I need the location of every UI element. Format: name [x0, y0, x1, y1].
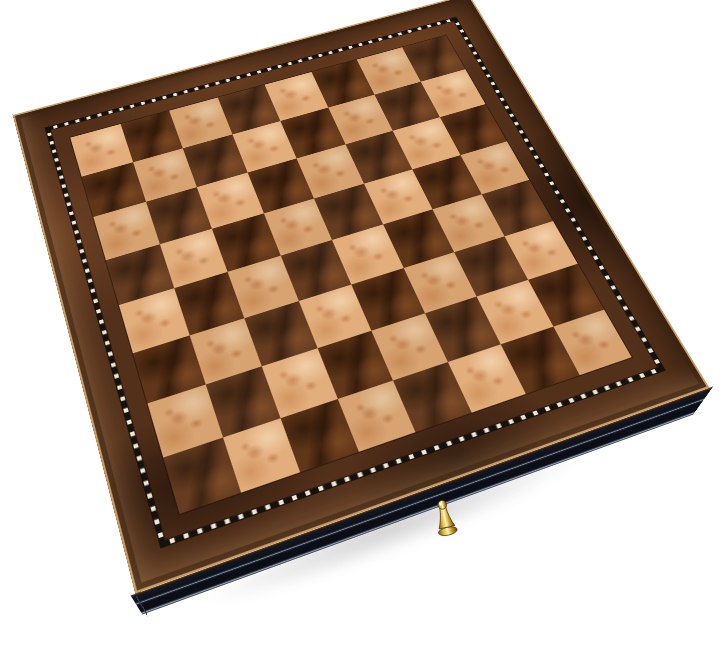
square — [262, 348, 337, 417]
square — [147, 385, 222, 457]
square — [403, 252, 477, 314]
chess-box-scene — [62, 0, 602, 510]
square — [425, 297, 501, 362]
square — [298, 284, 371, 348]
brass-knob-icon — [428, 497, 461, 540]
square — [244, 301, 317, 367]
square — [222, 418, 300, 493]
square — [477, 280, 553, 344]
square — [189, 318, 262, 385]
product-photo — [0, 0, 720, 646]
square — [454, 236, 528, 296]
chess-box — [13, 0, 710, 594]
chess-board[interactable] — [70, 35, 631, 514]
square — [371, 313, 447, 380]
square — [280, 399, 358, 473]
square — [351, 268, 424, 331]
square — [106, 244, 174, 305]
square — [393, 362, 471, 432]
board-top-face — [13, 0, 710, 594]
square — [280, 240, 351, 301]
square — [228, 256, 299, 318]
square — [163, 437, 240, 514]
square — [205, 366, 280, 437]
square — [337, 380, 415, 452]
square — [447, 344, 526, 413]
drawer-knob[interactable] — [432, 499, 458, 537]
square — [501, 326, 580, 394]
square — [317, 331, 393, 399]
square — [528, 264, 604, 327]
square — [119, 288, 189, 353]
square — [174, 272, 244, 335]
square — [133, 335, 205, 403]
square — [553, 309, 632, 375]
